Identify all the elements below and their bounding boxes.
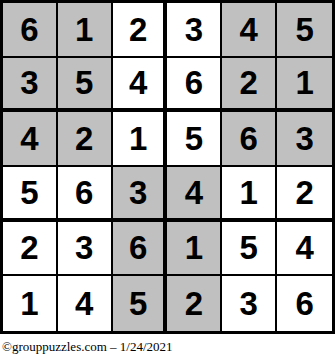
sudoku-cell-r4c4: 4	[167, 167, 222, 222]
sudoku-cell-r1c2: 1	[58, 3, 113, 58]
sudoku-cell-r5c4: 1	[167, 222, 222, 277]
sudoku-cell-r3c5: 6	[222, 112, 277, 167]
sudoku-cell-r2c3: 4	[113, 58, 168, 113]
sudoku-cell-r2c2: 5	[58, 58, 113, 113]
sudoku-cell-r3c6: 3	[277, 112, 332, 167]
sudoku-cell-r3c2: 2	[58, 112, 113, 167]
sudoku-cell-r1c5: 4	[222, 3, 277, 58]
sudoku-cell-r2c4: 6	[167, 58, 222, 113]
sudoku-cell-r2c1: 3	[3, 58, 58, 113]
sudoku-cell-r1c4: 3	[167, 3, 222, 58]
sudoku-cell-r2c5: 2	[222, 58, 277, 113]
sudoku-cell-r1c3: 2	[113, 3, 168, 58]
sudoku-cell-r4c6: 2	[277, 167, 332, 222]
sudoku-cell-r3c3: 1	[113, 112, 168, 167]
copyright-footer: ©grouppuzzles.com – 1/24/2021	[0, 334, 335, 355]
sudoku-cell-r5c6: 4	[277, 222, 332, 277]
sudoku-cell-r5c1: 2	[3, 222, 58, 277]
sudoku-cell-r2c6: 1	[277, 58, 332, 113]
sudoku-cell-r6c6: 6	[277, 276, 332, 331]
sudoku-cell-r3c1: 4	[3, 112, 58, 167]
sudoku-cell-r6c3: 5	[113, 276, 168, 331]
sudoku-cell-r1c6: 5	[277, 3, 332, 58]
sudoku-cell-r4c1: 5	[3, 167, 58, 222]
sudoku-cell-r3c4: 5	[167, 112, 222, 167]
sudoku-board: 612345354621421563563412236154145236	[0, 0, 335, 334]
sudoku-cell-r5c3: 6	[113, 222, 168, 277]
sudoku-cell-r5c2: 3	[58, 222, 113, 277]
sudoku-cell-r6c5: 3	[222, 276, 277, 331]
puzzle-page: 612345354621421563563412236154145236 ©gr…	[0, 0, 335, 357]
sudoku-cell-r6c2: 4	[58, 276, 113, 331]
sudoku-cell-r4c5: 1	[222, 167, 277, 222]
sudoku-cell-r4c2: 6	[58, 167, 113, 222]
sudoku-cell-r5c5: 5	[222, 222, 277, 277]
sudoku-cell-r6c4: 2	[167, 276, 222, 331]
sudoku-cell-r4c3: 3	[113, 167, 168, 222]
sudoku-cell-r6c1: 1	[3, 276, 58, 331]
sudoku-cell-r1c1: 6	[3, 3, 58, 58]
